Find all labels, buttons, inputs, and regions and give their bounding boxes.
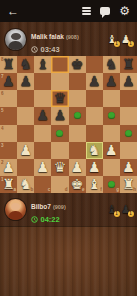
piece-white-pawn: ♟ xyxy=(86,159,103,176)
piece-black-queen: ♛ xyxy=(51,90,68,107)
square-f5[interactable] xyxy=(86,107,103,124)
piece-black-knight: ♞ xyxy=(17,56,34,73)
square-e2[interactable]: ♟ xyxy=(69,159,86,176)
square-a4[interactable]: 4 xyxy=(0,125,17,142)
player-avatar[interactable] xyxy=(5,199,26,220)
rank-label: 5 xyxy=(1,108,4,113)
rank-label: 1 xyxy=(1,177,4,182)
square-h8[interactable]: ♜ xyxy=(120,56,137,73)
captured-count-badge: 1 xyxy=(114,211,120,217)
square-c8[interactable]: ♝ xyxy=(34,56,51,73)
square-f2[interactable]: ♟ xyxy=(86,159,103,176)
captured-tray-opponent: ♝ 1 ♟ 1 xyxy=(107,33,131,46)
rank-label: 6 xyxy=(1,91,4,96)
square-h7[interactable]: ♟ xyxy=(120,73,137,90)
square-d3[interactable] xyxy=(51,142,68,159)
legal-move-dot[interactable] xyxy=(125,130,132,137)
piece-black-pawn: ♟ xyxy=(34,107,51,124)
rank-label: 4 xyxy=(1,126,4,131)
square-a2[interactable]: 2♟ xyxy=(0,159,17,176)
square-g2[interactable] xyxy=(103,159,120,176)
piece-black-knight: ♞ xyxy=(103,56,120,73)
square-g1[interactable]: g xyxy=(103,176,120,193)
player-rating: (909) xyxy=(53,204,66,210)
opponent-name: Malik falak xyxy=(31,33,64,40)
square-f8[interactable] xyxy=(86,56,103,73)
square-b3[interactable]: ♟ xyxy=(17,142,34,159)
square-c7[interactable] xyxy=(34,73,51,90)
gear-icon[interactable]: ⚙ xyxy=(119,5,130,17)
square-b8[interactable]: ♞ xyxy=(17,56,34,73)
piece-white-pawn: ♟ xyxy=(120,159,137,176)
opponent-clock: 03:43 xyxy=(31,45,79,54)
player-name: Bilbo7 xyxy=(31,203,51,210)
piece-white-pawn: ♟ xyxy=(103,142,120,159)
file-label: b xyxy=(31,187,34,192)
square-h4[interactable] xyxy=(120,125,137,142)
file-label: g xyxy=(116,187,119,192)
top-bar: ← ⚙ xyxy=(0,0,137,22)
square-a3[interactable]: 3 xyxy=(0,142,17,159)
square-c1[interactable]: c xyxy=(34,176,51,193)
square-e6[interactable] xyxy=(69,90,86,107)
captured-count-badge: 1 xyxy=(128,41,134,47)
piece-black-bishop: ♝ xyxy=(34,56,51,73)
piece-white-pawn: ♟ xyxy=(34,159,51,176)
captured-black-pawn: ♟ 1 xyxy=(121,203,131,216)
square-e4[interactable] xyxy=(69,125,86,142)
rank-label: 2 xyxy=(1,160,4,165)
piece-white-pawn: ♟ xyxy=(69,159,86,176)
piece-black-king: ♚ xyxy=(69,56,86,73)
legal-move-dot[interactable] xyxy=(108,112,115,119)
square-h3[interactable] xyxy=(120,142,137,159)
square-h5[interactable] xyxy=(120,107,137,124)
square-g5[interactable] xyxy=(103,107,120,124)
piece-black-pawn: ♟ xyxy=(51,107,68,124)
square-c3[interactable] xyxy=(34,142,51,159)
square-e7[interactable] xyxy=(69,73,86,90)
piece-white-pawn: ♟ xyxy=(17,142,34,159)
square-b4[interactable] xyxy=(17,125,34,142)
piece-black-pawn: ♟ xyxy=(120,73,137,90)
piece-white-knight: ♞ xyxy=(86,142,103,159)
square-b7[interactable]: ♟ xyxy=(17,73,34,90)
file-label: a xyxy=(14,187,17,192)
file-label: e xyxy=(82,187,85,192)
square-g8[interactable]: ♞ xyxy=(103,56,120,73)
square-e3[interactable] xyxy=(69,142,86,159)
chess-board: 8♜♞♝♚♞♜7♟♟♟♟♟6♛5♟♟43♟♞♟2♟♟♛♟♟♟1a♜b♞cde♚f… xyxy=(0,56,137,193)
square-e8[interactable]: ♚ xyxy=(69,56,86,73)
square-g7[interactable]: ♟ xyxy=(103,73,120,90)
opponent-avatar[interactable] xyxy=(5,29,26,50)
player-row: Bilbo7(909) 04:22 ♝ 1 ♟ 1 xyxy=(0,193,137,226)
square-h1[interactable]: h♜ xyxy=(120,176,137,193)
square-a7[interactable]: 7♟ xyxy=(0,73,17,90)
rank-label: 8 xyxy=(1,57,4,62)
opponent-rating: (908) xyxy=(66,34,79,40)
captured-count-badge: 1 xyxy=(114,41,120,47)
square-h6[interactable] xyxy=(120,90,137,107)
chat-icon[interactable] xyxy=(100,7,110,15)
legal-move-dot[interactable] xyxy=(56,130,63,137)
square-b5[interactable] xyxy=(17,107,34,124)
move-list-icon[interactable] xyxy=(82,7,91,15)
piece-white-queen: ♛ xyxy=(51,159,68,176)
piece-black-pawn: ♟ xyxy=(103,73,120,90)
square-e1[interactable]: e♚ xyxy=(69,176,86,193)
captured-count-badge: 1 xyxy=(128,211,134,217)
square-g6[interactable] xyxy=(103,90,120,107)
back-icon[interactable]: ← xyxy=(7,0,19,22)
square-h2[interactable]: ♟ xyxy=(120,159,137,176)
rank-label: 3 xyxy=(1,143,4,148)
square-c4[interactable] xyxy=(34,125,51,142)
piece-black-rook: ♜ xyxy=(120,56,137,73)
square-a5[interactable]: 5 xyxy=(0,107,17,124)
square-d2[interactable]: ♛ xyxy=(51,159,68,176)
square-d4[interactable] xyxy=(51,125,68,142)
file-label: f xyxy=(100,187,102,192)
square-g3[interactable]: ♟ xyxy=(103,142,120,159)
player-clock: 04:22 xyxy=(31,215,66,224)
square-f6[interactable] xyxy=(86,90,103,107)
captured-black-bishop: ♝ 1 xyxy=(107,203,117,216)
chess-app-screen: ← ⚙ Malik falak(908) 03:43 ♝ 1 ♟ 1 xyxy=(0,0,137,296)
square-f4[interactable] xyxy=(86,125,103,142)
rank-label: 7 xyxy=(1,74,4,79)
lower-wood-panel xyxy=(0,226,137,296)
square-f3[interactable]: ♞ xyxy=(86,142,103,159)
captured-tray-player: ♝ 1 ♟ 1 xyxy=(107,203,131,216)
square-a6[interactable]: 6 xyxy=(0,90,17,107)
square-b1[interactable]: b♞ xyxy=(17,176,34,193)
square-e5[interactable] xyxy=(69,107,86,124)
square-c5[interactable]: ♟ xyxy=(34,107,51,124)
square-a8[interactable]: 8♜ xyxy=(0,56,17,73)
piece-black-pawn: ♟ xyxy=(17,73,34,90)
file-label: d xyxy=(65,187,68,192)
square-f7[interactable]: ♟ xyxy=(86,73,103,90)
square-d5[interactable]: ♟ xyxy=(51,107,68,124)
square-d7[interactable] xyxy=(51,73,68,90)
square-a1[interactable]: 1a♜ xyxy=(0,176,17,193)
piece-black-pawn: ♟ xyxy=(86,73,103,90)
captured-white-bishop: ♝ 1 xyxy=(107,33,117,46)
square-d8[interactable] xyxy=(51,56,68,73)
square-f1[interactable]: f♝ xyxy=(86,176,103,193)
legal-move-dot[interactable] xyxy=(108,181,115,188)
opponent-row: Malik falak(908) 03:43 ♝ 1 ♟ 1 xyxy=(0,22,137,56)
file-label: h xyxy=(133,187,136,192)
captured-white-pawn: ♟ 1 xyxy=(121,33,131,46)
clock-icon xyxy=(31,46,38,53)
square-b6[interactable] xyxy=(17,90,34,107)
square-d1[interactable]: d xyxy=(51,176,68,193)
square-d6[interactable]: ♛ xyxy=(51,90,68,107)
file-label: c xyxy=(48,187,51,192)
square-b2[interactable] xyxy=(17,159,34,176)
square-c6[interactable] xyxy=(34,90,51,107)
clock-icon xyxy=(31,216,38,223)
legal-move-dot[interactable] xyxy=(74,112,81,119)
square-g4[interactable] xyxy=(103,125,120,142)
square-c2[interactable]: ♟ xyxy=(34,159,51,176)
